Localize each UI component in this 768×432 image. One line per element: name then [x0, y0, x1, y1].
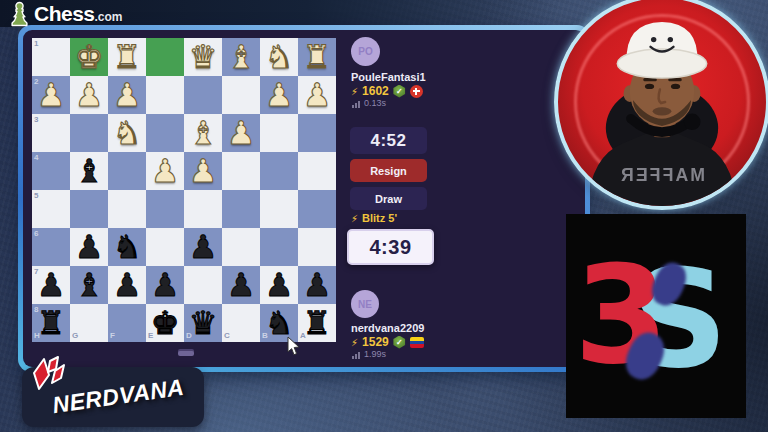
rating-black: 1529 [362, 335, 389, 349]
square-f4[interactable] [108, 152, 146, 190]
square-g7[interactable]: ♝ [70, 266, 108, 304]
square-f8[interactable]: F [108, 304, 146, 342]
streamer-portrait: MAFFER [558, 0, 766, 206]
venezuela-flag-icon [410, 337, 424, 348]
piece-black-pawn[interactable]: ♟ [260, 266, 298, 304]
square-g5[interactable] [70, 190, 108, 228]
signal-bars-icon [352, 101, 360, 108]
square-d2[interactable] [184, 76, 222, 114]
square-e4[interactable]: ♟ [146, 152, 184, 190]
piece-white-bishop[interactable]: ♝ [222, 38, 260, 76]
square-h2[interactable]: 2♟ [32, 76, 70, 114]
file-label: C [224, 332, 230, 340]
square-h3[interactable]: 3 [32, 114, 70, 152]
piece-white-rook[interactable]: ♜ [298, 38, 336, 76]
piece-black-king[interactable]: ♚ [146, 304, 184, 342]
verified-badge-icon: ✓ [393, 336, 406, 349]
square-d1[interactable]: ♛ [184, 38, 222, 76]
square-g2[interactable]: ♟ [70, 76, 108, 114]
square-h4[interactable]: 4 [32, 152, 70, 190]
blitz-bolt-icon: ⚡ [351, 86, 358, 97]
square-g8[interactable]: G [70, 304, 108, 342]
square-a3[interactable] [298, 114, 336, 152]
square-d5[interactable] [184, 190, 222, 228]
square-e6[interactable] [146, 228, 184, 266]
piece-black-bishop[interactable]: ♝ [70, 152, 108, 190]
piece-black-pawn[interactable]: ♟ [222, 266, 260, 304]
avatar-black-initials: NE [358, 299, 372, 310]
square-d3[interactable]: ♝ [184, 114, 222, 152]
piece-white-bishop[interactable]: ♝ [184, 114, 222, 152]
square-a5[interactable] [298, 190, 336, 228]
switzerland-flag-icon [410, 85, 423, 98]
square-e1[interactable] [146, 38, 184, 76]
square-d4[interactable]: ♟ [184, 152, 222, 190]
square-e8[interactable]: E♚ [146, 304, 184, 342]
nerdvana-banner: NERDVANA [22, 367, 204, 427]
time-control-row: ⚡ Blitz 5' [351, 212, 397, 224]
rating-white: 1602 [362, 84, 389, 98]
connection-row-black: 1.99s [352, 350, 386, 359]
piece-white-pawn[interactable]: ♟ [146, 152, 184, 190]
square-d7[interactable] [184, 266, 222, 304]
blitz-bolt-icon: ⚡ [351, 337, 358, 348]
chesscom-logo[interactable]: Chess .com [9, 1, 123, 27]
mouse-cursor-icon [286, 336, 301, 360]
square-b2[interactable]: ♟ [260, 76, 298, 114]
pawn-logo-icon [9, 1, 30, 27]
square-b4[interactable] [260, 152, 298, 190]
chess-board: 1♚♜♛♝♞♜2♟♟♟♟♟3♞♝♟4♝♟♟56♟♞♟7♟♝♟♟♟♟♟8H♜GFE… [32, 38, 336, 342]
file-label: G [72, 332, 78, 340]
piece-white-pawn[interactable]: ♟ [298, 76, 336, 114]
brand-name: Chess [34, 2, 95, 26]
square-b1[interactable]: ♞ [260, 38, 298, 76]
brand-tld: .com [95, 10, 123, 24]
rank-label: 3 [34, 116, 38, 124]
piece-white-knight[interactable]: ♞ [260, 38, 298, 76]
square-f5[interactable] [108, 190, 146, 228]
time-control-label: Blitz 5' [362, 212, 397, 224]
square-c4[interactable] [222, 152, 260, 190]
square-h8[interactable]: 8H♜ [32, 304, 70, 342]
avatar-white[interactable]: PO [351, 37, 380, 66]
piece-black-pawn[interactable]: ♟ [184, 228, 222, 266]
stream-overlay: Chess .com 1♚♜♛♝♞♜2♟♟♟♟♟3♞♝♟4♝♟♟56♟♞♟7♟♝… [0, 0, 768, 432]
piece-white-knight[interactable]: ♞ [108, 114, 146, 152]
rating-row-black: ⚡ 1529 ✓ [351, 335, 424, 349]
connection-row-white: 0.13s [352, 99, 386, 108]
square-g3[interactable] [70, 114, 108, 152]
latency-white: 0.13s [364, 98, 386, 108]
square-c6[interactable] [222, 228, 260, 266]
webcam-frame: MAFFER [554, 0, 768, 210]
rank-label: 5 [34, 192, 38, 200]
square-e7[interactable]: ♟ [146, 266, 184, 304]
square-h5[interactable]: 5 [32, 190, 70, 228]
piece-black-rook[interactable]: ♜ [32, 304, 70, 342]
square-b6[interactable] [260, 228, 298, 266]
square-a8[interactable]: A♜ [298, 304, 336, 342]
square-c8[interactable]: C [222, 304, 260, 342]
piece-black-rook[interactable]: ♜ [298, 304, 336, 342]
clock-white: 4:52 [350, 127, 427, 154]
piece-black-knight[interactable]: ♞ [108, 228, 146, 266]
piece-white-pawn[interactable]: ♟ [32, 76, 70, 114]
piece-black-pawn[interactable]: ♟ [146, 266, 184, 304]
piece-black-pawn[interactable]: ♟ [32, 266, 70, 304]
square-f3[interactable]: ♞ [108, 114, 146, 152]
game-window: 1♚♜♛♝♞♜2♟♟♟♟♟3♞♝♟4♝♟♟56♟♞♟7♟♝♟♟♟♟♟8H♜GFE… [18, 25, 590, 372]
square-d6[interactable]: ♟ [184, 228, 222, 266]
square-g4[interactable]: ♝ [70, 152, 108, 190]
rank-label: 6 [34, 230, 38, 238]
verified-badge-icon: ✓ [393, 85, 406, 98]
square-c2[interactable] [222, 76, 260, 114]
piece-white-pawn[interactable]: ♟ [222, 114, 260, 152]
signal-bars-icon [352, 352, 360, 359]
file-label: F [110, 332, 115, 340]
square-g6[interactable]: ♟ [70, 228, 108, 266]
square-e2[interactable] [146, 76, 184, 114]
game-window-inner: 1♚♜♛♝♞♜2♟♟♟♟♟3♞♝♟4♝♟♟56♟♞♟7♟♝♟♟♟♟♟8H♜GFE… [23, 30, 585, 367]
piece-black-bishop[interactable]: ♝ [70, 266, 108, 304]
sponsor-3s-logo: S 3 [566, 214, 746, 418]
square-h6[interactable]: 6 [32, 228, 70, 266]
piece-white-pawn[interactable]: ♟ [260, 76, 298, 114]
square-e3[interactable] [146, 114, 184, 152]
rank-label: 1 [34, 40, 38, 48]
hoodie-text: MAFFER [619, 165, 705, 185]
piece-black-pawn[interactable]: ♟ [298, 266, 336, 304]
square-g1[interactable]: ♚ [70, 38, 108, 76]
player-name-white[interactable]: PouleFantasi1 [351, 71, 426, 83]
piece-white-rook[interactable]: ♜ [108, 38, 146, 76]
rating-row-white: ⚡ 1602 ✓ [351, 84, 423, 98]
square-b3[interactable] [260, 114, 298, 152]
blitz-bolt-icon: ⚡ [351, 213, 358, 224]
square-c5[interactable] [222, 190, 260, 228]
rank-label: 4 [34, 154, 38, 162]
square-c3[interactable]: ♟ [222, 114, 260, 152]
piece-white-pawn[interactable]: ♟ [70, 76, 108, 114]
square-f1[interactable]: ♜ [108, 38, 146, 76]
avatar-white-initials: PO [358, 46, 372, 57]
avatar-black[interactable]: NE [351, 290, 379, 318]
player-name-black[interactable]: nerdvana2209 [351, 322, 424, 334]
square-f2[interactable]: ♟ [108, 76, 146, 114]
square-a7[interactable]: ♟ [298, 266, 336, 304]
square-a2[interactable]: ♟ [298, 76, 336, 114]
square-a1[interactable]: ♜ [298, 38, 336, 76]
square-a6[interactable] [298, 228, 336, 266]
clock-black: 4:39 [347, 229, 434, 265]
resign-button[interactable]: Resign [350, 159, 427, 182]
square-b5[interactable] [260, 190, 298, 228]
piece-white-pawn[interactable]: ♟ [184, 152, 222, 190]
square-c1[interactable]: ♝ [222, 38, 260, 76]
draw-button[interactable]: Draw [350, 187, 427, 210]
square-h1[interactable]: 1 [32, 38, 70, 76]
square-f7[interactable]: ♟ [108, 266, 146, 304]
piece-white-king[interactable]: ♚ [70, 38, 108, 76]
latency-black: 1.99s [364, 349, 386, 359]
piece-black-queen[interactable]: ♛ [184, 304, 222, 342]
square-c7[interactable]: ♟ [222, 266, 260, 304]
piece-black-pawn[interactable]: ♟ [108, 266, 146, 304]
piece-white-queen[interactable]: ♛ [184, 38, 222, 76]
piece-white-pawn[interactable]: ♟ [108, 76, 146, 114]
square-d8[interactable]: D♛ [184, 304, 222, 342]
square-h7[interactable]: 7♟ [32, 266, 70, 304]
square-e5[interactable] [146, 190, 184, 228]
square-f6[interactable]: ♞ [108, 228, 146, 266]
board-menu-handle[interactable] [178, 351, 194, 356]
piece-black-pawn[interactable]: ♟ [70, 228, 108, 266]
square-b7[interactable]: ♟ [260, 266, 298, 304]
square-a4[interactable] [298, 152, 336, 190]
